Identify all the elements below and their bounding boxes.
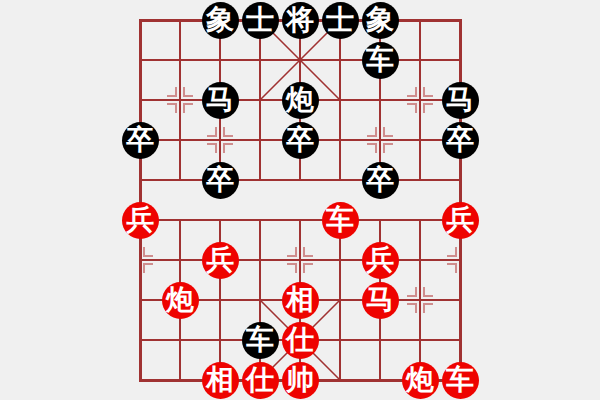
- piece-black-soldier[interactable]: 卒: [442, 122, 479, 159]
- piece-black-horse[interactable]: 马: [442, 82, 479, 119]
- piece-red-soldier[interactable]: 兵: [362, 242, 399, 279]
- piece-red-general[interactable]: 帅: [282, 362, 319, 399]
- piece-black-soldier[interactable]: 卒: [202, 162, 239, 199]
- piece-red-chariot[interactable]: 车: [322, 202, 359, 239]
- piece-red-cannon[interactable]: 炮: [402, 362, 439, 399]
- piece-black-general[interactable]: 将: [282, 2, 319, 39]
- piece-red-elephant[interactable]: 相: [282, 282, 319, 319]
- piece-black-soldier[interactable]: 卒: [362, 162, 399, 199]
- piece-red-soldier[interactable]: 兵: [122, 202, 159, 239]
- piece-red-soldier[interactable]: 兵: [442, 202, 479, 239]
- piece-black-chariot[interactable]: 车: [242, 322, 279, 359]
- piece-black-elephant[interactable]: 象: [202, 2, 239, 39]
- xiangqi-board: 象士将士象车马炮马卒卒卒卒卒车兵车兵兵兵炮相马仕相仕帅炮车: [140, 20, 460, 380]
- piece-black-advisor[interactable]: 士: [242, 2, 279, 39]
- piece-red-elephant[interactable]: 相: [202, 362, 239, 399]
- piece-red-advisor[interactable]: 仕: [282, 322, 319, 359]
- piece-black-advisor[interactable]: 士: [322, 2, 359, 39]
- piece-red-soldier[interactable]: 兵: [202, 242, 239, 279]
- piece-black-horse[interactable]: 马: [202, 82, 239, 119]
- piece-black-elephant[interactable]: 象: [362, 2, 399, 39]
- piece-black-soldier[interactable]: 卒: [122, 122, 159, 159]
- piece-red-advisor[interactable]: 仕: [242, 362, 279, 399]
- piece-black-chariot[interactable]: 车: [362, 42, 399, 79]
- piece-black-cannon[interactable]: 炮: [282, 82, 319, 119]
- xiangqi-board-canvas: 象士将士象车马炮马卒卒卒卒卒车兵车兵兵兵炮相马仕相仕帅炮车: [0, 0, 600, 400]
- piece-red-cannon[interactable]: 炮: [162, 282, 199, 319]
- piece-red-chariot[interactable]: 车: [442, 362, 479, 399]
- piece-layer: 象士将士象车马炮马卒卒卒卒卒车兵车兵兵兵炮相马仕相仕帅炮车: [120, 0, 480, 400]
- piece-red-horse[interactable]: 马: [362, 282, 399, 319]
- piece-black-soldier[interactable]: 卒: [282, 122, 319, 159]
